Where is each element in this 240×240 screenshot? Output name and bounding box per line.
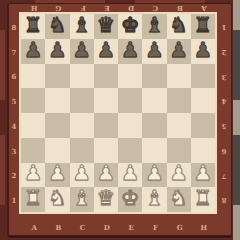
coordinate-label-4: 4 [9, 114, 19, 139]
coordinate-label-a: A [22, 223, 46, 232]
square-f6[interactable] [142, 64, 166, 89]
square-b1[interactable]: ♞ [45, 187, 69, 212]
square-f2[interactable]: ♟ [142, 163, 166, 188]
square-c2[interactable]: ♟ [70, 163, 94, 188]
coordinate-label-c: C [71, 223, 95, 232]
coordinate-label-e: E [119, 223, 143, 232]
square-e7[interactable]: ♟ [118, 39, 142, 64]
square-f3[interactable] [142, 138, 166, 163]
piece-black-rook[interactable]: ♜ [24, 15, 43, 36]
square-h5[interactable] [191, 88, 215, 113]
square-d3[interactable] [94, 138, 118, 163]
square-g7[interactable]: ♟ [167, 39, 191, 64]
coordinate-label-2: 2 [9, 164, 19, 189]
square-a3[interactable] [21, 138, 45, 163]
coordinate-label-g: G [46, 5, 70, 13]
coordinate-label-d: D [95, 223, 119, 232]
square-h1[interactable]: ♜ [191, 187, 215, 212]
chess-board: ♜♞♝♛♚♝♞♜♟♟♟♟♟♟♟♟♟♟♟♟♟♟♟♟♜♞♝♛♚♝♞♜ [21, 14, 215, 212]
square-c3[interactable] [70, 138, 94, 163]
coordinate-label-5: 5 [9, 89, 19, 114]
square-c7[interactable]: ♟ [70, 39, 94, 64]
square-h3[interactable] [191, 138, 215, 163]
background-pattern-bar [0, 30, 5, 100]
piece-black-pawn[interactable]: ♟ [48, 40, 67, 61]
square-g1[interactable]: ♞ [167, 187, 191, 212]
piece-white-rook[interactable]: ♜ [193, 188, 212, 209]
square-f5[interactable] [142, 88, 166, 113]
piece-black-knight[interactable]: ♞ [169, 15, 188, 36]
square-g2[interactable]: ♟ [167, 163, 191, 188]
coordinate-label-e: E [95, 5, 119, 13]
chess-app-scene: HGFEDCBA ABCDEFGH 87654321 12345678 ♜♞♝♛… [0, 0, 240, 240]
background-pattern-bar [0, 135, 5, 205]
piece-white-pawn[interactable]: ♟ [145, 163, 164, 184]
square-e3[interactable] [118, 138, 142, 163]
square-a8[interactable]: ♜ [21, 14, 45, 39]
piece-white-bishop[interactable]: ♝ [145, 188, 164, 209]
piece-white-bishop[interactable]: ♝ [72, 188, 91, 209]
square-f1[interactable]: ♝ [142, 187, 166, 212]
coordinate-label-8: 8 [218, 188, 230, 213]
rank-labels-right: 12345678 [218, 15, 230, 213]
square-b3[interactable] [45, 138, 69, 163]
piece-white-pawn[interactable]: ♟ [24, 163, 43, 184]
square-c4[interactable] [70, 113, 94, 138]
piece-white-queen[interactable]: ♛ [96, 188, 115, 209]
square-g5[interactable] [167, 88, 191, 113]
piece-white-knight[interactable]: ♞ [169, 188, 188, 209]
square-e2[interactable]: ♟ [118, 163, 142, 188]
coordinate-label-c: C [143, 5, 167, 13]
square-g6[interactable] [167, 64, 191, 89]
square-h8[interactable]: ♜ [191, 14, 215, 39]
square-a6[interactable] [21, 64, 45, 89]
square-f8[interactable]: ♝ [142, 14, 166, 39]
piece-white-pawn[interactable]: ♟ [48, 163, 67, 184]
square-c1[interactable]: ♝ [70, 187, 94, 212]
square-h4[interactable] [191, 113, 215, 138]
coordinate-label-2: 2 [218, 40, 230, 65]
square-c8[interactable]: ♝ [70, 14, 94, 39]
square-e5[interactable] [118, 88, 142, 113]
piece-black-pawn[interactable]: ♟ [145, 40, 164, 61]
coordinate-label-6: 6 [218, 139, 230, 164]
coordinate-label-1: 1 [218, 15, 230, 40]
piece-white-knight[interactable]: ♞ [48, 188, 67, 209]
coordinate-label-d: D [119, 5, 143, 13]
square-a1[interactable]: ♜ [21, 187, 45, 212]
square-a5[interactable] [21, 88, 45, 113]
square-b2[interactable]: ♟ [45, 163, 69, 188]
square-g8[interactable]: ♞ [167, 14, 191, 39]
square-e1[interactable]: ♚ [118, 187, 142, 212]
coordinate-label-h: H [192, 223, 216, 232]
square-b7[interactable]: ♟ [45, 39, 69, 64]
coordinate-label-3: 3 [9, 139, 19, 164]
coordinate-label-6: 6 [9, 65, 19, 90]
square-d2[interactable]: ♟ [94, 163, 118, 188]
square-a4[interactable] [21, 113, 45, 138]
square-c5[interactable] [70, 88, 94, 113]
square-g4[interactable] [167, 113, 191, 138]
piece-black-pawn[interactable]: ♟ [96, 40, 115, 61]
piece-black-pawn[interactable]: ♟ [169, 40, 188, 61]
board-frame: HGFEDCBA ABCDEFGH 87654321 12345678 ♜♞♝♛… [8, 3, 232, 236]
square-d8[interactable]: ♛ [94, 14, 118, 39]
square-d7[interactable]: ♟ [94, 39, 118, 64]
file-labels-bottom: ABCDEFGH [22, 223, 216, 232]
piece-white-pawn[interactable]: ♟ [72, 163, 91, 184]
coordinate-label-h: H [22, 5, 46, 13]
coordinate-label-b: B [46, 223, 70, 232]
rank-labels-left: 87654321 [9, 15, 19, 213]
coordinate-label-5: 5 [218, 114, 230, 139]
file-labels-top: HGFEDCBA [22, 5, 216, 13]
square-c6[interactable] [70, 64, 94, 89]
coordinate-label-1: 1 [9, 188, 19, 213]
piece-white-pawn[interactable]: ♟ [96, 163, 115, 184]
coordinate-label-f: F [71, 5, 95, 13]
square-d1[interactable]: ♛ [94, 187, 118, 212]
coordinate-label-8: 8 [9, 15, 19, 40]
square-h7[interactable]: ♟ [191, 39, 215, 64]
coordinate-label-b: B [168, 5, 192, 13]
piece-black-king[interactable]: ♚ [121, 15, 140, 36]
piece-black-knight[interactable]: ♞ [48, 15, 67, 36]
piece-black-pawn[interactable]: ♟ [72, 40, 91, 61]
square-a2[interactable]: ♟ [21, 163, 45, 188]
square-g3[interactable] [167, 138, 191, 163]
square-f7[interactable]: ♟ [142, 39, 166, 64]
piece-black-pawn[interactable]: ♟ [121, 40, 140, 61]
piece-black-rook[interactable]: ♜ [193, 15, 212, 36]
piece-black-pawn[interactable]: ♟ [24, 40, 43, 61]
square-f4[interactable] [142, 113, 166, 138]
square-b4[interactable] [45, 113, 69, 138]
square-d5[interactable] [94, 88, 118, 113]
square-e8[interactable]: ♚ [118, 14, 142, 39]
coordinate-label-g: G [168, 223, 192, 232]
square-b5[interactable] [45, 88, 69, 113]
board-border: ♜♞♝♛♚♝♞♜♟♟♟♟♟♟♟♟♟♟♟♟♟♟♟♟♜♞♝♛♚♝♞♜ [19, 12, 217, 214]
square-e6[interactable] [118, 64, 142, 89]
piece-black-bishop[interactable]: ♝ [145, 15, 164, 36]
square-h2[interactable]: ♟ [191, 163, 215, 188]
piece-white-rook[interactable]: ♜ [24, 188, 43, 209]
coordinate-label-3: 3 [218, 65, 230, 90]
square-d6[interactable] [94, 64, 118, 89]
piece-white-pawn[interactable]: ♟ [169, 163, 188, 184]
square-b6[interactable] [45, 64, 69, 89]
piece-black-pawn[interactable]: ♟ [193, 40, 212, 61]
coordinate-label-7: 7 [9, 40, 19, 65]
piece-white-pawn[interactable]: ♟ [121, 163, 140, 184]
square-a7[interactable]: ♟ [21, 39, 45, 64]
square-h6[interactable] [191, 64, 215, 89]
coordinate-label-4: 4 [218, 89, 230, 114]
square-e4[interactable] [118, 113, 142, 138]
piece-white-pawn[interactable]: ♟ [193, 163, 212, 184]
coordinate-label-7: 7 [218, 164, 230, 189]
piece-black-bishop[interactable]: ♝ [72, 15, 91, 36]
coordinate-label-a: A [192, 5, 216, 13]
square-b8[interactable]: ♞ [45, 14, 69, 39]
square-d4[interactable] [94, 113, 118, 138]
coordinate-label-f: F [143, 223, 167, 232]
piece-black-queen[interactable]: ♛ [96, 15, 115, 36]
background-pattern-strip [233, 0, 240, 240]
piece-white-king[interactable]: ♚ [121, 188, 140, 209]
